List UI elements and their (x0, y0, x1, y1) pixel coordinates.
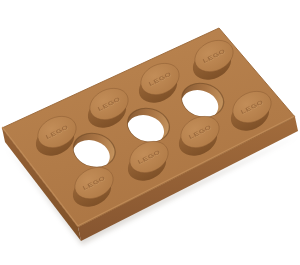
plate-render-canvas: LEGOLEGOLEGOLEGOLEGOLEGOLEGOLEGOLEGOLEGO… (0, 0, 300, 265)
lego-technic-plate-render: LEGOLEGOLEGOLEGOLEGOLEGOLEGOLEGOLEGOLEGO… (0, 0, 300, 265)
